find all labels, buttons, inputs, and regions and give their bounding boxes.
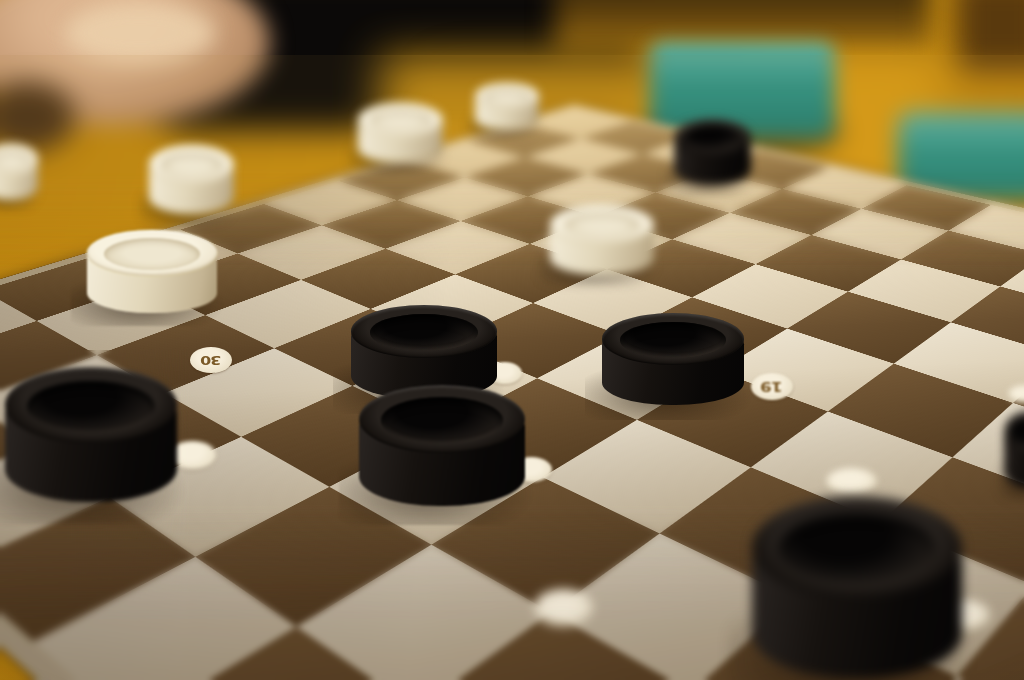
square-number-label: 30	[201, 352, 221, 368]
piece-recess	[1010, 419, 1024, 449]
white-piece[interactable]	[550, 205, 654, 275]
white-piece[interactable]	[87, 230, 217, 313]
piece-recess	[369, 109, 432, 132]
piece-top	[149, 145, 234, 184]
player-finger-blur	[65, 2, 215, 64]
hand-shadow	[0, 82, 75, 152]
black-piece[interactable]	[5, 367, 177, 502]
piece-recess	[104, 238, 200, 270]
black-piece[interactable]	[1004, 411, 1024, 488]
piece-top	[674, 119, 751, 156]
piece-top	[87, 230, 217, 276]
piece-recess	[483, 88, 530, 106]
white-piece[interactable]	[358, 103, 443, 163]
piece-recess	[370, 314, 478, 350]
piece-top	[358, 103, 443, 137]
photo-stage: 3019	[0, 0, 1024, 680]
black-piece[interactable]	[674, 119, 751, 185]
piece-top	[5, 367, 177, 443]
square-number-chip: 30	[190, 347, 232, 373]
piece-recess	[160, 152, 223, 179]
piece-recess	[27, 381, 154, 433]
white-piece[interactable]	[0, 144, 38, 200]
black-piece[interactable]	[752, 496, 962, 678]
piece-recess	[684, 126, 741, 152]
white-piece[interactable]	[149, 145, 234, 214]
square-number-chip	[534, 589, 593, 626]
piece-recess	[620, 322, 725, 358]
piece-recess	[381, 397, 504, 444]
piece-top	[602, 313, 744, 365]
piece-recess	[779, 514, 934, 584]
player-hand-blur	[0, 0, 270, 125]
black-piece[interactable]	[359, 385, 525, 506]
square-number-chip: 19	[751, 373, 793, 400]
white-piece[interactable]	[475, 83, 539, 130]
background-brown-band	[555, 0, 930, 52]
piece-recess	[564, 212, 641, 239]
background-corner-dark	[955, 0, 1024, 70]
piece-top	[550, 205, 654, 244]
piece-top	[752, 496, 962, 598]
black-piece[interactable]	[602, 313, 744, 405]
square-number-label: 19	[761, 378, 783, 394]
piece-top	[359, 385, 525, 453]
piece-recess	[0, 150, 31, 172]
piece-top	[351, 305, 497, 358]
square-number-chip	[826, 468, 877, 494]
